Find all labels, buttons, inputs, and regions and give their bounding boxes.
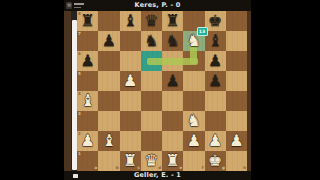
square-b5[interactable] — [98, 71, 119, 91]
rank-label: 7 — [78, 32, 81, 36]
square-a4[interactable]: 4♝ — [77, 91, 98, 111]
square-e5[interactable]: ♟ — [162, 71, 183, 91]
square-a1[interactable]: 1a — [77, 151, 98, 171]
white-bishop[interactable]: ♝ — [77, 91, 98, 111]
square-g2[interactable]: ♟ — [205, 131, 226, 151]
square-h4[interactable] — [226, 91, 247, 111]
square-e8[interactable]: ♜ — [162, 11, 183, 31]
square-e4[interactable] — [162, 91, 183, 111]
square-h5[interactable] — [226, 71, 247, 91]
square-a6[interactable]: 6♟ — [77, 51, 98, 71]
square-c1[interactable]: c♜ — [120, 151, 141, 171]
white-queen[interactable]: ♛ — [141, 151, 162, 171]
top-player-bar: Keres, P. - 0 — [64, 0, 251, 11]
chess-app-window: Keres, P. - 0 8♜♝♛♜♚7♟♞♞♞♝6♟♟5♟♟♟4♝3♞2♟♝… — [64, 0, 251, 180]
square-a8[interactable]: 8♜ — [77, 11, 98, 31]
rank-label: 5 — [78, 72, 81, 76]
square-c7[interactable] — [120, 31, 141, 51]
black-bishop[interactable]: ♝ — [120, 11, 141, 31]
square-d7[interactable]: ♞ — [141, 31, 162, 51]
square-d3[interactable] — [141, 111, 162, 131]
square-b2[interactable]: ♝ — [98, 131, 119, 151]
square-a3[interactable]: 3 — [77, 111, 98, 131]
chess-board: 8♜♝♛♜♚7♟♞♞♞♝6♟♟5♟♟♟4♝3♞2♟♝♟♟♟1abc♜d♛e♜fg… — [77, 11, 247, 171]
square-f5[interactable] — [183, 71, 204, 91]
square-d4[interactable] — [141, 91, 162, 111]
square-g8[interactable]: ♚ — [205, 11, 226, 31]
black-player-info-cluster — [66, 1, 90, 10]
square-d8[interactable]: ♛ — [141, 11, 162, 31]
square-d1[interactable]: d♛ — [141, 151, 162, 171]
square-h7[interactable] — [226, 31, 247, 51]
black-knight[interactable]: ♞ — [162, 31, 183, 51]
square-a5[interactable]: 5 — [77, 71, 98, 91]
rank-label: 1 — [78, 152, 81, 156]
file-label: h — [243, 166, 246, 170]
square-f4[interactable] — [183, 91, 204, 111]
square-g3[interactable] — [205, 111, 226, 131]
square-b3[interactable] — [98, 111, 119, 131]
black-rook[interactable]: ♜ — [162, 11, 183, 31]
black-bishop[interactable]: ♝ — [205, 31, 226, 51]
black-rook[interactable]: ♜ — [77, 11, 98, 31]
square-b1[interactable]: b — [98, 151, 119, 171]
white-king[interactable]: ♚ — [205, 151, 226, 171]
square-a2[interactable]: 2♟ — [77, 131, 98, 151]
square-g6[interactable]: ♟ — [205, 51, 226, 71]
black-pawn[interactable]: ♟ — [205, 51, 226, 71]
black-player-icon — [66, 2, 72, 9]
move-number-badge: 13 — [197, 27, 208, 36]
unreadable-text-mark — [74, 3, 84, 5]
square-h2[interactable]: ♟ — [226, 131, 247, 151]
white-player-icon — [73, 174, 78, 179]
square-e1[interactable]: e♜ — [162, 151, 183, 171]
square-d5[interactable] — [141, 71, 162, 91]
unreadable-text-mark — [74, 7, 81, 9]
white-pawn[interactable]: ♟ — [205, 131, 226, 151]
square-g4[interactable] — [205, 91, 226, 111]
white-rook[interactable]: ♜ — [120, 151, 141, 171]
square-c2[interactable] — [120, 131, 141, 151]
black-pawn[interactable]: ♟ — [77, 51, 98, 71]
square-f3[interactable]: ♞ — [183, 111, 204, 131]
square-g5[interactable]: ♟ — [205, 71, 226, 91]
square-h3[interactable] — [226, 111, 247, 131]
white-bishop[interactable]: ♝ — [98, 131, 119, 151]
square-b8[interactable] — [98, 11, 119, 31]
black-player-label: Keres, P. - 0 — [135, 0, 181, 11]
evaluation-bar-white-fill — [72, 20, 77, 170]
square-h1[interactable]: h — [226, 151, 247, 171]
square-e2[interactable] — [162, 131, 183, 151]
square-e3[interactable] — [162, 111, 183, 131]
square-d2[interactable] — [141, 131, 162, 151]
square-h8[interactable] — [226, 11, 247, 31]
square-c4[interactable] — [120, 91, 141, 111]
rank-label: 3 — [78, 112, 81, 116]
file-label: f — [202, 166, 204, 170]
square-h6[interactable] — [226, 51, 247, 71]
square-e7[interactable]: ♞ — [162, 31, 183, 51]
black-queen[interactable]: ♛ — [141, 11, 162, 31]
white-rook[interactable]: ♜ — [162, 151, 183, 171]
bottom-player-bar: Geller, E. - 1 — [64, 171, 251, 180]
square-b7[interactable]: ♟ — [98, 31, 119, 51]
square-g7[interactable]: ♝ — [205, 31, 226, 51]
square-c8[interactable]: ♝ — [120, 11, 141, 31]
square-b4[interactable] — [98, 91, 119, 111]
square-f1[interactable]: f — [183, 151, 204, 171]
file-label: a — [95, 166, 98, 170]
white-pawn[interactable]: ♟ — [120, 71, 141, 91]
square-c6[interactable] — [120, 51, 141, 71]
square-c5[interactable]: ♟ — [120, 71, 141, 91]
black-pawn[interactable]: ♟ — [162, 71, 183, 91]
black-king[interactable]: ♚ — [205, 11, 226, 31]
white-player-label: Geller, E. - 1 — [134, 171, 181, 180]
white-pawn[interactable]: ♟ — [183, 131, 204, 151]
white-pawn[interactable]: ♟ — [226, 131, 247, 151]
white-pawn[interactable]: ♟ — [77, 131, 98, 151]
black-pawn[interactable]: ♟ — [205, 71, 226, 91]
white-knight[interactable]: ♞ — [183, 111, 204, 131]
square-b6[interactable] — [98, 51, 119, 71]
black-pawn[interactable]: ♟ — [98, 31, 119, 51]
square-a7[interactable]: 7 — [77, 31, 98, 51]
screenshot-stage: Keres, P. - 0 8♜♝♛♜♚7♟♞♞♞♝6♟♟5♟♟♟4♝3♞2♟♝… — [0, 0, 320, 180]
black-knight[interactable]: ♞ — [141, 31, 162, 51]
square-f2[interactable]: ♟ — [183, 131, 204, 151]
file-label: b — [116, 166, 119, 170]
square-c3[interactable] — [120, 111, 141, 131]
square-g1[interactable]: g♚ — [205, 151, 226, 171]
